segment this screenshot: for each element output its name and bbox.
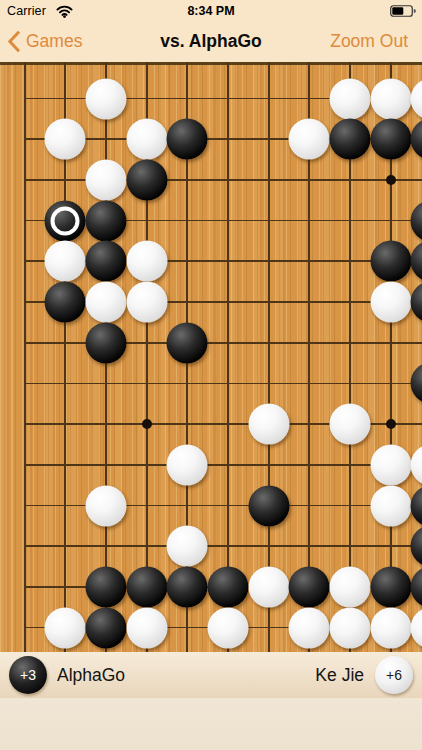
black-stone[interactable] bbox=[411, 282, 422, 323]
white-stone[interactable] bbox=[248, 404, 289, 445]
white-stone[interactable] bbox=[329, 607, 370, 648]
black-stone[interactable] bbox=[208, 566, 249, 607]
white-stone[interactable] bbox=[126, 282, 167, 323]
star-point bbox=[142, 419, 152, 429]
black-stone[interactable] bbox=[167, 566, 208, 607]
go-board[interactable] bbox=[0, 62, 422, 652]
white-stone[interactable] bbox=[45, 119, 86, 160]
black-stone[interactable] bbox=[370, 119, 411, 160]
black-captures-badge: +3 bbox=[9, 656, 47, 694]
black-stone[interactable] bbox=[370, 241, 411, 282]
white-stone[interactable] bbox=[167, 444, 208, 485]
white-stone[interactable] bbox=[167, 526, 208, 567]
zoom-out-button[interactable]: Zoom Out bbox=[330, 31, 408, 52]
white-stone[interactable] bbox=[86, 485, 127, 526]
white-stone[interactable] bbox=[248, 566, 289, 607]
white-stone[interactable] bbox=[86, 78, 127, 119]
white-stone[interactable] bbox=[86, 159, 127, 200]
grid-line bbox=[24, 342, 422, 344]
white-stone[interactable] bbox=[289, 607, 330, 648]
black-stone[interactable] bbox=[411, 200, 422, 241]
last-move-marker bbox=[51, 206, 80, 235]
white-stone[interactable] bbox=[370, 444, 411, 485]
white-captures-badge: +6 bbox=[375, 656, 413, 694]
black-stone[interactable] bbox=[126, 159, 167, 200]
black-stone[interactable] bbox=[126, 566, 167, 607]
black-stone[interactable] bbox=[329, 119, 370, 160]
black-stone[interactable] bbox=[289, 566, 330, 607]
nav-hairline bbox=[0, 62, 422, 65]
star-point bbox=[386, 419, 396, 429]
white-stone[interactable] bbox=[370, 485, 411, 526]
grid-line bbox=[24, 383, 422, 385]
white-stone[interactable] bbox=[208, 607, 249, 648]
white-stone[interactable] bbox=[45, 241, 86, 282]
white-stone[interactable] bbox=[126, 241, 167, 282]
white-stone[interactable] bbox=[289, 119, 330, 160]
white-stone[interactable] bbox=[370, 607, 411, 648]
black-stone[interactable] bbox=[411, 363, 422, 404]
white-stone[interactable] bbox=[370, 78, 411, 119]
white-stone[interactable] bbox=[45, 607, 86, 648]
black-stone[interactable] bbox=[411, 119, 422, 160]
white-stone[interactable] bbox=[411, 444, 422, 485]
white-stone[interactable] bbox=[86, 282, 127, 323]
grid-line bbox=[268, 62, 270, 652]
black-stone[interactable] bbox=[167, 119, 208, 160]
bottom-toolbar bbox=[0, 698, 422, 750]
black-stone[interactable] bbox=[411, 241, 422, 282]
black-player-name: AlphaGo bbox=[57, 665, 125, 686]
black-stone[interactable] bbox=[248, 485, 289, 526]
white-stone[interactable] bbox=[411, 78, 422, 119]
white-stone[interactable] bbox=[329, 78, 370, 119]
grid-line bbox=[227, 62, 229, 652]
grid-line bbox=[24, 62, 26, 652]
app-screen: { "status_bar": { "carrier": "Carrier", … bbox=[0, 0, 422, 750]
status-bar: Carrier 8:34 PM bbox=[0, 0, 422, 22]
grid-line bbox=[24, 545, 422, 547]
white-stone[interactable] bbox=[126, 607, 167, 648]
black-stone[interactable] bbox=[411, 566, 422, 607]
players-bar: +3 AlphaGo Ke Jie +6 bbox=[0, 652, 422, 698]
star-point bbox=[386, 175, 396, 185]
nav-bar: Games vs. AlphaGo Zoom Out bbox=[0, 22, 422, 62]
white-player-name: Ke Jie bbox=[315, 665, 364, 686]
grid-line bbox=[24, 179, 422, 181]
white-stone[interactable] bbox=[411, 607, 422, 648]
black-stone[interactable] bbox=[86, 241, 127, 282]
black-stone[interactable] bbox=[86, 322, 127, 363]
black-stone[interactable] bbox=[86, 607, 127, 648]
black-stone[interactable] bbox=[86, 566, 127, 607]
black-stone[interactable] bbox=[411, 526, 422, 567]
black-stone[interactable] bbox=[411, 485, 422, 526]
clock: 8:34 PM bbox=[0, 4, 422, 18]
white-stone[interactable] bbox=[329, 404, 370, 445]
black-stone[interactable] bbox=[45, 282, 86, 323]
black-stone[interactable] bbox=[167, 322, 208, 363]
battery-icon bbox=[390, 5, 416, 17]
grid-line bbox=[24, 464, 422, 466]
white-stone[interactable] bbox=[370, 282, 411, 323]
grid-line bbox=[24, 505, 422, 507]
black-stone[interactable] bbox=[86, 200, 127, 241]
black-stone[interactable] bbox=[370, 566, 411, 607]
white-stone[interactable] bbox=[329, 566, 370, 607]
white-stone[interactable] bbox=[126, 119, 167, 160]
